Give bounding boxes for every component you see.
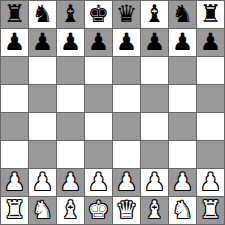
black-rook: ♜ [200,1,222,28]
square-e5[interactable] [113,85,140,112]
square-h2[interactable]: ♟ [197,169,224,196]
square-e8[interactable]: ♛ [113,1,140,28]
white-rook: ♜ [200,197,222,224]
white-bishop: ♝ [60,197,82,224]
white-rook: ♜ [4,197,26,224]
square-b8[interactable]: ♞ [29,1,56,28]
square-c7[interactable]: ♟ [57,29,84,56]
black-knight: ♞ [172,1,194,28]
black-bishop: ♝ [60,1,82,28]
white-pawn: ♟ [4,169,26,196]
white-pawn: ♟ [144,169,166,196]
black-pawn: ♟ [144,29,166,56]
square-f1[interactable]: ♝ [141,197,168,224]
black-knight: ♞ [32,1,54,28]
square-h4[interactable] [197,113,224,140]
white-pawn: ♟ [60,169,82,196]
square-f4[interactable] [141,113,168,140]
square-g8[interactable]: ♞ [169,1,196,28]
square-e1[interactable]: ♛ [113,197,140,224]
square-d3[interactable] [85,141,112,168]
square-h8[interactable]: ♜ [197,1,224,28]
square-a5[interactable] [1,85,28,112]
square-d2[interactable]: ♟ [85,169,112,196]
square-b7[interactable]: ♟ [29,29,56,56]
square-f8[interactable]: ♝ [141,1,168,28]
square-a8[interactable]: ♜ [1,1,28,28]
black-pawn: ♟ [4,29,26,56]
square-f6[interactable] [141,57,168,84]
square-a3[interactable] [1,141,28,168]
white-pawn: ♟ [116,169,138,196]
square-b2[interactable]: ♟ [29,169,56,196]
square-c2[interactable]: ♟ [57,169,84,196]
square-g6[interactable] [169,57,196,84]
square-h1[interactable]: ♜ [197,197,224,224]
square-e2[interactable]: ♟ [113,169,140,196]
white-pawn: ♟ [172,169,194,196]
black-bishop: ♝ [144,1,166,28]
square-h6[interactable] [197,57,224,84]
black-pawn: ♟ [200,29,222,56]
square-g2[interactable]: ♟ [169,169,196,196]
square-b5[interactable] [29,85,56,112]
black-pawn: ♟ [60,29,82,56]
white-king: ♚ [88,197,110,224]
square-c1[interactable]: ♝ [57,197,84,224]
black-rook: ♜ [4,1,26,28]
square-h7[interactable]: ♟ [197,29,224,56]
square-f5[interactable] [141,85,168,112]
black-pawn: ♟ [116,29,138,56]
square-e6[interactable] [113,57,140,84]
square-h3[interactable] [197,141,224,168]
square-c3[interactable] [57,141,84,168]
black-king: ♚ [88,1,110,28]
white-knight: ♞ [172,197,194,224]
black-queen: ♛ [116,1,138,28]
square-e3[interactable] [113,141,140,168]
square-c4[interactable] [57,113,84,140]
square-e7[interactable]: ♟ [113,29,140,56]
black-pawn: ♟ [88,29,110,56]
square-h5[interactable] [197,85,224,112]
square-d6[interactable] [85,57,112,84]
black-pawn: ♟ [32,29,54,56]
square-a4[interactable] [1,113,28,140]
square-d8[interactable]: ♚ [85,1,112,28]
square-a1[interactable]: ♜ [1,197,28,224]
square-a7[interactable]: ♟ [1,29,28,56]
square-a2[interactable]: ♟ [1,169,28,196]
white-queen: ♛ [116,197,138,224]
square-g4[interactable] [169,113,196,140]
chess-board: ♜♞♝♚♛♝♞♜♟♟♟♟♟♟♟♟♟♟♟♟♟♟♟♟♜♞♝♚♛♝♞♜ [0,0,225,225]
square-g5[interactable] [169,85,196,112]
square-f7[interactable]: ♟ [141,29,168,56]
square-f3[interactable] [141,141,168,168]
square-a6[interactable] [1,57,28,84]
white-bishop: ♝ [144,197,166,224]
square-e4[interactable] [113,113,140,140]
square-d7[interactable]: ♟ [85,29,112,56]
square-b6[interactable] [29,57,56,84]
white-pawn: ♟ [200,169,222,196]
square-b4[interactable] [29,113,56,140]
square-b3[interactable] [29,141,56,168]
square-c6[interactable] [57,57,84,84]
white-knight: ♞ [32,197,54,224]
square-d4[interactable] [85,113,112,140]
square-g7[interactable]: ♟ [169,29,196,56]
white-pawn: ♟ [88,169,110,196]
square-d1[interactable]: ♚ [85,197,112,224]
black-pawn: ♟ [172,29,194,56]
square-g3[interactable] [169,141,196,168]
square-c8[interactable]: ♝ [57,1,84,28]
square-c5[interactable] [57,85,84,112]
square-d5[interactable] [85,85,112,112]
square-f2[interactable]: ♟ [141,169,168,196]
white-pawn: ♟ [32,169,54,196]
square-g1[interactable]: ♞ [169,197,196,224]
square-b1[interactable]: ♞ [29,197,56,224]
screenshot-canvas: ♜♞♝♚♛♝♞♜♟♟♟♟♟♟♟♟♟♟♟♟♟♟♟♟♜♞♝♚♛♝♞♜ [0,0,225,225]
